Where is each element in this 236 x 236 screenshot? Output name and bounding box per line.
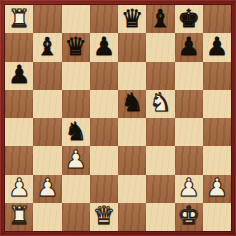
square-g4[interactable] — [175, 118, 203, 146]
black-queen[interactable]: ♛ — [121, 6, 143, 31]
square-a2[interactable]: ♟ — [5, 175, 33, 203]
square-c5[interactable] — [62, 90, 90, 118]
square-h8[interactable] — [203, 5, 231, 33]
square-d5[interactable] — [90, 90, 118, 118]
square-f7[interactable] — [146, 33, 174, 61]
square-g5[interactable] — [175, 90, 203, 118]
square-e2[interactable] — [118, 175, 146, 203]
square-e3[interactable] — [118, 146, 146, 174]
square-a5[interactable] — [5, 90, 33, 118]
black-knight[interactable]: ♞ — [64, 119, 86, 144]
square-a1[interactable]: ♜ — [5, 203, 33, 231]
white-pawn[interactable]: ♟ — [8, 175, 30, 200]
chess-board: ♜♛♝♚♝♛♟♟♟♟♞♞♞♟♟♟♟♟♜♛♚ — [5, 5, 231, 231]
square-c2[interactable] — [62, 175, 90, 203]
square-f2[interactable] — [146, 175, 174, 203]
square-d1[interactable]: ♛ — [90, 203, 118, 231]
white-queen[interactable]: ♛ — [93, 203, 115, 228]
square-f8[interactable]: ♝ — [146, 5, 174, 33]
square-c8[interactable] — [62, 5, 90, 33]
square-b2[interactable]: ♟ — [33, 175, 61, 203]
square-g6[interactable] — [175, 62, 203, 90]
square-h7[interactable]: ♟ — [203, 33, 231, 61]
white-pawn[interactable]: ♟ — [206, 175, 228, 200]
square-a8[interactable]: ♜ — [5, 5, 33, 33]
square-b7[interactable]: ♝ — [33, 33, 61, 61]
square-b3[interactable] — [33, 146, 61, 174]
black-knight[interactable]: ♞ — [121, 90, 143, 115]
white-rook[interactable]: ♜ — [8, 6, 30, 31]
square-e6[interactable] — [118, 62, 146, 90]
square-g1[interactable]: ♚ — [175, 203, 203, 231]
square-a6[interactable]: ♟ — [5, 62, 33, 90]
black-pawn[interactable]: ♟ — [93, 34, 115, 59]
square-c7[interactable]: ♛ — [62, 33, 90, 61]
square-c1[interactable] — [62, 203, 90, 231]
square-c3[interactable]: ♟ — [62, 146, 90, 174]
black-bishop[interactable]: ♝ — [149, 6, 171, 31]
white-pawn[interactable]: ♟ — [36, 175, 58, 200]
black-pawn[interactable]: ♟ — [177, 34, 199, 59]
black-pawn[interactable]: ♟ — [8, 62, 30, 87]
square-c4[interactable]: ♞ — [62, 118, 90, 146]
square-d2[interactable] — [90, 175, 118, 203]
square-h5[interactable] — [203, 90, 231, 118]
square-h2[interactable]: ♟ — [203, 175, 231, 203]
square-h3[interactable] — [203, 146, 231, 174]
square-d8[interactable] — [90, 5, 118, 33]
square-h1[interactable] — [203, 203, 231, 231]
square-h6[interactable] — [203, 62, 231, 90]
square-b5[interactable] — [33, 90, 61, 118]
square-g2[interactable]: ♟ — [175, 175, 203, 203]
white-rook[interactable]: ♜ — [8, 203, 30, 228]
square-b1[interactable] — [33, 203, 61, 231]
square-a4[interactable] — [5, 118, 33, 146]
black-queen[interactable]: ♛ — [64, 34, 86, 59]
square-f3[interactable] — [146, 146, 174, 174]
white-knight[interactable]: ♞ — [149, 90, 171, 115]
square-a7[interactable] — [5, 33, 33, 61]
white-king[interactable]: ♚ — [177, 203, 199, 228]
square-f1[interactable] — [146, 203, 174, 231]
white-pawn[interactable]: ♟ — [177, 175, 199, 200]
square-g7[interactable]: ♟ — [175, 33, 203, 61]
square-f6[interactable] — [146, 62, 174, 90]
square-b8[interactable] — [33, 5, 61, 33]
square-d6[interactable] — [90, 62, 118, 90]
square-c6[interactable] — [62, 62, 90, 90]
square-g8[interactable]: ♚ — [175, 5, 203, 33]
square-e8[interactable]: ♛ — [118, 5, 146, 33]
chess-board-frame: ♜♛♝♚♝♛♟♟♟♟♞♞♞♟♟♟♟♟♜♛♚ — [0, 0, 236, 236]
square-h4[interactable] — [203, 118, 231, 146]
black-bishop[interactable]: ♝ — [36, 34, 58, 59]
square-d4[interactable] — [90, 118, 118, 146]
square-f5[interactable]: ♞ — [146, 90, 174, 118]
square-d3[interactable] — [90, 146, 118, 174]
black-king[interactable]: ♚ — [177, 6, 199, 31]
square-b4[interactable] — [33, 118, 61, 146]
square-a3[interactable] — [5, 146, 33, 174]
square-e7[interactable] — [118, 33, 146, 61]
square-e1[interactable] — [118, 203, 146, 231]
square-b6[interactable] — [33, 62, 61, 90]
square-f4[interactable] — [146, 118, 174, 146]
square-d7[interactable]: ♟ — [90, 33, 118, 61]
black-pawn[interactable]: ♟ — [206, 34, 228, 59]
square-e5[interactable]: ♞ — [118, 90, 146, 118]
square-g3[interactable] — [175, 146, 203, 174]
white-pawn[interactable]: ♟ — [64, 147, 86, 172]
square-e4[interactable] — [118, 118, 146, 146]
